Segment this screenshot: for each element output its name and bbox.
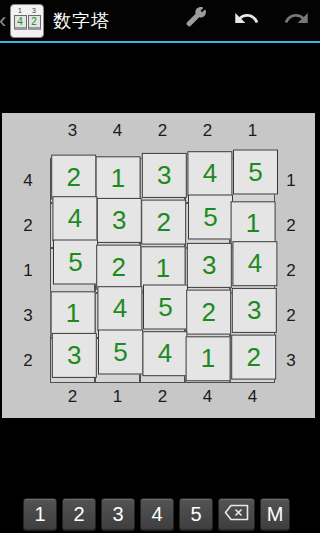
clue-left-2: 2: [13, 203, 43, 248]
clue-bottom-2: 1: [95, 387, 140, 407]
redo-button[interactable]: [282, 7, 310, 35]
grid-cell-r4c5[interactable]: 3: [232, 288, 277, 333]
grid-cell-r5c4[interactable]: 1: [186, 336, 231, 381]
undo-button[interactable]: [232, 7, 260, 35]
key-2[interactable]: 2: [62, 498, 96, 531]
clue-right-5: 3: [276, 338, 306, 383]
grid-cell-r5c3[interactable]: 4: [142, 331, 187, 376]
clue-right-1: 1: [276, 158, 306, 203]
action-bar: ‹ 1 3 4 2 数字塔: [0, 0, 320, 41]
keypad: 12345M: [0, 490, 320, 533]
grid-cell-r2c1[interactable]: 4: [52, 196, 97, 241]
clue-top-4: 2: [185, 121, 230, 141]
board-panel: 2134543251521341452335412 32412224144122…: [2, 113, 315, 418]
clue-top-3: 2: [140, 121, 185, 141]
wrench-icon: [184, 6, 209, 35]
actionbar-accent-line: [0, 41, 320, 43]
mini-clue: 3: [27, 7, 41, 14]
clue-bottom-4: 4: [185, 387, 230, 407]
key-3[interactable]: 3: [101, 498, 135, 531]
grid-cell-r2c2[interactable]: 3: [97, 198, 142, 243]
mini-cell: 2: [28, 15, 41, 30]
key-5[interactable]: 5: [179, 498, 213, 531]
action-bar-buttons: [182, 7, 320, 35]
key-backspace[interactable]: [218, 498, 255, 531]
undo-icon: [233, 5, 260, 36]
grid-cell-r4c4[interactable]: 2: [186, 290, 231, 335]
redo-icon: [283, 5, 310, 36]
grid-cell-r1c4[interactable]: 4: [187, 151, 232, 196]
grid-cell-r3c1[interactable]: 5: [53, 240, 98, 285]
clue-right-3: 2: [276, 248, 306, 293]
key-4[interactable]: 4: [140, 498, 174, 531]
grid-cell-r2c4[interactable]: 5: [188, 195, 233, 240]
grid-cell-r2c5[interactable]: 1: [231, 201, 276, 246]
grid-cell-r1c1[interactable]: 2: [51, 155, 96, 200]
grid-cell-r2c3[interactable]: 2: [141, 200, 186, 245]
clue-left-5: 2: [13, 338, 43, 383]
page-title: 数字塔: [53, 9, 110, 33]
grid-cell-r4c1[interactable]: 1: [51, 291, 96, 336]
grid-cell-r1c3[interactable]: 3: [142, 153, 187, 198]
clue-top-1: 3: [50, 121, 95, 141]
grid-cell-r5c2[interactable]: 5: [98, 330, 143, 375]
clue-right-4: 2: [276, 293, 306, 338]
backspace-icon: [224, 503, 249, 526]
clue-left-3: 1: [13, 248, 43, 293]
clue-bottom-5: 4: [230, 387, 275, 407]
grid-cell-r3c5[interactable]: 4: [232, 241, 277, 286]
mini-clue: 1: [13, 7, 27, 14]
key-1[interactable]: 1: [23, 498, 57, 531]
grid-cell-r1c2[interactable]: 1: [96, 156, 141, 201]
grid-cell-r3c4[interactable]: 3: [187, 243, 232, 288]
clue-bottom-1: 2: [50, 387, 95, 407]
grid-cell-r4c2[interactable]: 4: [97, 286, 142, 331]
grid-cell-r3c2[interactable]: 2: [96, 245, 141, 290]
grid-cell-r4c3[interactable]: 5: [143, 285, 188, 330]
clue-bottom-3: 2: [140, 387, 185, 407]
app-icon-mini-cells: 4 2: [14, 15, 41, 30]
grid-cell-r1c5[interactable]: 5: [233, 150, 278, 195]
back-chevron[interactable]: ‹: [0, 0, 9, 41]
app-icon[interactable]: 1 3 4 2: [10, 4, 44, 38]
key-M[interactable]: M: [260, 498, 290, 531]
clue-left-1: 4: [13, 158, 43, 203]
settings-wrench-button[interactable]: [182, 7, 210, 35]
grid-cell-r5c5[interactable]: 2: [231, 335, 276, 380]
clue-top-2: 4: [95, 121, 140, 141]
clue-right-2: 2: [276, 203, 306, 248]
app-icon-mini-clues: 1 3: [13, 7, 41, 14]
mini-cell: 4: [14, 15, 27, 30]
app-screen: ‹ 1 3 4 2 数字塔: [0, 0, 320, 533]
grid-cell-r5c1[interactable]: 3: [52, 333, 97, 378]
board-grid: 2134543251521341452335412: [50, 158, 275, 383]
clue-top-5: 1: [230, 121, 275, 141]
clue-left-4: 3: [13, 293, 43, 338]
